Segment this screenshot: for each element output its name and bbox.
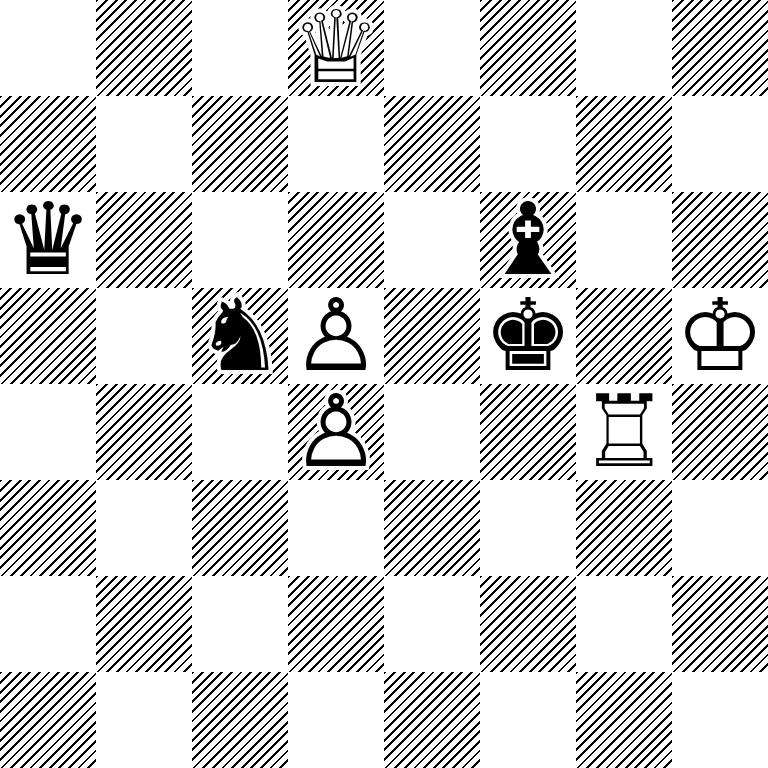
square-e4[interactable] — [384, 384, 480, 480]
square-b8[interactable] — [96, 0, 192, 96]
square-d3[interactable] — [288, 480, 384, 576]
square-c6[interactable] — [192, 192, 288, 288]
square-g3[interactable] — [576, 480, 672, 576]
square-f8[interactable] — [480, 0, 576, 96]
black-king-icon: ♚ — [483, 286, 573, 386]
square-g8[interactable] — [576, 0, 672, 96]
square-f4[interactable] — [480, 384, 576, 480]
square-a7[interactable] — [0, 96, 96, 192]
square-d2[interactable] — [288, 576, 384, 672]
square-g1[interactable] — [576, 672, 672, 768]
square-c8[interactable] — [192, 0, 288, 96]
square-e5[interactable] — [384, 288, 480, 384]
square-g5[interactable] — [576, 288, 672, 384]
square-d7[interactable] — [288, 96, 384, 192]
white-pawn-icon: ♙ — [291, 286, 381, 386]
white-king-h5[interactable]: ♚♔ — [672, 288, 768, 384]
square-b4[interactable] — [96, 384, 192, 480]
square-g7[interactable] — [576, 96, 672, 192]
black-knight-icon: ♞ — [195, 286, 285, 386]
square-c7[interactable] — [192, 96, 288, 192]
square-e2[interactable] — [384, 576, 480, 672]
square-c2[interactable] — [192, 576, 288, 672]
white-rook-g4[interactable]: ♜♖ — [576, 384, 672, 480]
square-h5[interactable]: ♚♔ — [672, 288, 768, 384]
square-h6[interactable] — [672, 192, 768, 288]
square-a1[interactable] — [0, 672, 96, 768]
white-rook-icon: ♖ — [579, 382, 669, 482]
square-c5[interactable]: ♞♞ — [192, 288, 288, 384]
square-f3[interactable] — [480, 480, 576, 576]
square-e1[interactable] — [384, 672, 480, 768]
white-pawn-d4[interactable]: ♟♙ — [288, 384, 384, 480]
square-a3[interactable] — [0, 480, 96, 576]
white-queen-icon: ♕ — [291, 0, 381, 98]
square-c3[interactable] — [192, 480, 288, 576]
square-e6[interactable] — [384, 192, 480, 288]
square-a2[interactable] — [0, 576, 96, 672]
white-pawn-d5[interactable]: ♟♙ — [288, 288, 384, 384]
square-b6[interactable] — [96, 192, 192, 288]
square-h2[interactable] — [672, 576, 768, 672]
square-d1[interactable] — [288, 672, 384, 768]
black-bishop-f6[interactable]: ♝♝ — [480, 192, 576, 288]
square-d4[interactable]: ♟♙ — [288, 384, 384, 480]
square-g6[interactable] — [576, 192, 672, 288]
square-f2[interactable] — [480, 576, 576, 672]
black-queen-a6[interactable]: ♛♛ — [0, 192, 96, 288]
square-c4[interactable] — [192, 384, 288, 480]
square-h1[interactable] — [672, 672, 768, 768]
square-e7[interactable] — [384, 96, 480, 192]
square-d5[interactable]: ♟♙ — [288, 288, 384, 384]
square-f1[interactable] — [480, 672, 576, 768]
square-h4[interactable] — [672, 384, 768, 480]
square-a6[interactable]: ♛♛ — [0, 192, 96, 288]
square-f5[interactable]: ♚♚ — [480, 288, 576, 384]
square-b7[interactable] — [96, 96, 192, 192]
square-d8[interactable]: ♛♕ — [288, 0, 384, 96]
square-b5[interactable] — [96, 288, 192, 384]
white-pawn-icon: ♙ — [291, 382, 381, 482]
white-queen-d8[interactable]: ♛♕ — [288, 0, 384, 96]
square-f6[interactable]: ♝♝ — [480, 192, 576, 288]
white-king-icon: ♔ — [675, 286, 765, 386]
black-knight-c5[interactable]: ♞♞ — [192, 288, 288, 384]
square-h8[interactable] — [672, 0, 768, 96]
square-b1[interactable] — [96, 672, 192, 768]
square-h7[interactable] — [672, 96, 768, 192]
square-e3[interactable] — [384, 480, 480, 576]
square-c1[interactable] — [192, 672, 288, 768]
square-e8[interactable] — [384, 0, 480, 96]
square-a8[interactable] — [0, 0, 96, 96]
square-g2[interactable] — [576, 576, 672, 672]
black-king-f5[interactable]: ♚♚ — [480, 288, 576, 384]
chess-board: ♛♕♛♛♝♝♞♞♟♙♚♚♚♔♟♙♜♖ — [0, 0, 768, 768]
square-a4[interactable] — [0, 384, 96, 480]
black-bishop-icon: ♝ — [483, 190, 573, 290]
square-a5[interactable] — [0, 288, 96, 384]
square-d6[interactable] — [288, 192, 384, 288]
square-b2[interactable] — [96, 576, 192, 672]
black-queen-icon: ♛ — [3, 190, 93, 290]
square-h3[interactable] — [672, 480, 768, 576]
square-g4[interactable]: ♜♖ — [576, 384, 672, 480]
square-f7[interactable] — [480, 96, 576, 192]
square-b3[interactable] — [96, 480, 192, 576]
